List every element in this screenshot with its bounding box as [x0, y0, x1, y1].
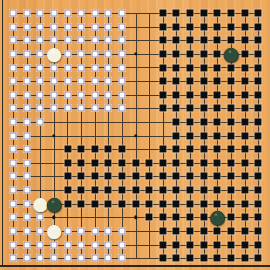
board-point[interactable]	[142, 238, 156, 252]
board-point[interactable]	[251, 47, 265, 61]
board-point[interactable]	[61, 129, 75, 143]
board-point[interactable]	[142, 102, 156, 116]
board-point[interactable]	[251, 142, 265, 156]
board-point[interactable]	[170, 129, 184, 143]
board-point[interactable]	[183, 251, 197, 265]
board-point[interactable]	[47, 156, 61, 170]
board-point[interactable]	[156, 224, 170, 238]
board-point[interactable]	[115, 197, 129, 211]
board-point[interactable]	[183, 115, 197, 129]
board-point[interactable]	[6, 156, 20, 170]
board-point[interactable]	[129, 224, 143, 238]
board-point[interactable]	[238, 170, 252, 184]
board-point[interactable]	[6, 170, 20, 184]
board-point[interactable]	[251, 6, 265, 20]
board-point[interactable]	[142, 251, 156, 265]
board-point[interactable]	[74, 183, 88, 197]
board-point[interactable]	[6, 74, 20, 88]
board-point[interactable]	[61, 183, 75, 197]
board-point[interactable]	[47, 88, 61, 102]
board-point[interactable]	[6, 61, 20, 75]
board-point[interactable]	[156, 129, 170, 143]
board-point[interactable]	[47, 170, 61, 184]
board-point[interactable]	[6, 251, 20, 265]
board-point[interactable]	[224, 211, 238, 225]
board-point[interactable]	[129, 197, 143, 211]
board-point[interactable]	[142, 142, 156, 156]
board-point[interactable]	[251, 251, 265, 265]
board-point[interactable]	[224, 238, 238, 252]
board-point[interactable]	[197, 34, 211, 48]
board-point[interactable]	[224, 20, 238, 34]
board-point[interactable]	[211, 251, 225, 265]
board-point[interactable]	[183, 61, 197, 75]
board-point[interactable]	[88, 6, 102, 20]
board-point[interactable]	[74, 88, 88, 102]
board-point[interactable]	[197, 183, 211, 197]
board-point[interactable]	[211, 74, 225, 88]
board-point[interactable]	[6, 238, 20, 252]
board-point[interactable]	[20, 156, 34, 170]
board-point[interactable]	[197, 115, 211, 129]
board-point[interactable]	[115, 61, 129, 75]
board-point[interactable]	[238, 6, 252, 20]
board-point[interactable]	[20, 20, 34, 34]
board-point[interactable]	[224, 224, 238, 238]
board-point[interactable]	[129, 88, 143, 102]
board-point[interactable]	[47, 6, 61, 20]
board-point[interactable]	[142, 20, 156, 34]
board-point[interactable]	[183, 211, 197, 225]
board-point[interactable]	[156, 20, 170, 34]
board-point[interactable]	[224, 74, 238, 88]
board-point[interactable]	[183, 197, 197, 211]
board-point[interactable]	[156, 102, 170, 116]
board-point[interactable]	[170, 102, 184, 116]
board-point[interactable]	[115, 183, 129, 197]
board-point[interactable]	[61, 238, 75, 252]
board-point[interactable]	[183, 74, 197, 88]
board-point[interactable]	[88, 142, 102, 156]
board-point[interactable]	[34, 156, 48, 170]
board-point[interactable]	[183, 156, 197, 170]
board-point[interactable]	[61, 47, 75, 61]
board-point[interactable]	[47, 74, 61, 88]
board-point[interactable]	[88, 74, 102, 88]
board-point[interactable]	[34, 88, 48, 102]
board-point[interactable]	[197, 47, 211, 61]
board-point[interactable]	[102, 102, 116, 116]
board-point[interactable]	[129, 102, 143, 116]
board-point[interactable]	[238, 34, 252, 48]
board-point[interactable]	[224, 129, 238, 143]
board-point[interactable]	[20, 170, 34, 184]
board-point[interactable]	[74, 115, 88, 129]
board-point[interactable]	[34, 170, 48, 184]
board-point[interactable]	[74, 211, 88, 225]
board-point[interactable]	[251, 129, 265, 143]
board-point[interactable]	[115, 238, 129, 252]
board-point[interactable]	[6, 129, 20, 143]
board-point[interactable]	[6, 142, 20, 156]
board-point[interactable]	[115, 20, 129, 34]
board-point[interactable]: ●	[47, 47, 61, 61]
board-point[interactable]	[170, 170, 184, 184]
board-point[interactable]	[34, 74, 48, 88]
board-point[interactable]	[61, 142, 75, 156]
board-point[interactable]	[6, 102, 20, 116]
board-point[interactable]	[211, 129, 225, 143]
board-point[interactable]	[74, 74, 88, 88]
board-point[interactable]	[88, 224, 102, 238]
board-point[interactable]	[102, 129, 116, 143]
board-point[interactable]	[142, 156, 156, 170]
board-point[interactable]	[197, 238, 211, 252]
board-point[interactable]	[115, 47, 129, 61]
board-point[interactable]	[156, 74, 170, 88]
board-point[interactable]	[197, 88, 211, 102]
board-point[interactable]	[129, 238, 143, 252]
board-point[interactable]	[88, 61, 102, 75]
board-point[interactable]	[74, 142, 88, 156]
board-point[interactable]	[156, 251, 170, 265]
board-point[interactable]	[115, 129, 129, 143]
board-point[interactable]	[170, 74, 184, 88]
board-point[interactable]	[211, 170, 225, 184]
board-point[interactable]	[224, 102, 238, 116]
board-point[interactable]	[74, 197, 88, 211]
board-point[interactable]	[211, 238, 225, 252]
board-point[interactable]	[238, 183, 252, 197]
board-point[interactable]	[156, 34, 170, 48]
board-point[interactable]	[88, 211, 102, 225]
board-point[interactable]	[102, 47, 116, 61]
board-point[interactable]	[61, 61, 75, 75]
board-point[interactable]	[197, 102, 211, 116]
board-point[interactable]	[156, 156, 170, 170]
board-point[interactable]	[88, 129, 102, 143]
board-point[interactable]	[102, 224, 116, 238]
board-point[interactable]	[115, 115, 129, 129]
board-point[interactable]	[102, 61, 116, 75]
board-point[interactable]	[183, 142, 197, 156]
board-point[interactable]	[20, 88, 34, 102]
board-point[interactable]	[238, 156, 252, 170]
board-point[interactable]	[197, 142, 211, 156]
board-point[interactable]	[224, 156, 238, 170]
board-point[interactable]	[170, 251, 184, 265]
board-point[interactable]: ●	[47, 224, 61, 238]
board-point[interactable]	[115, 6, 129, 20]
board-point[interactable]	[170, 156, 184, 170]
board-point[interactable]	[142, 34, 156, 48]
board-point[interactable]	[129, 170, 143, 184]
board-point[interactable]	[211, 183, 225, 197]
board-point[interactable]	[115, 211, 129, 225]
board-point[interactable]	[34, 20, 48, 34]
board-point[interactable]	[20, 61, 34, 75]
board-point[interactable]	[183, 129, 197, 143]
board-point[interactable]	[6, 211, 20, 225]
board-point[interactable]	[61, 170, 75, 184]
board-point[interactable]	[115, 251, 129, 265]
board-point[interactable]	[20, 224, 34, 238]
board-point[interactable]	[183, 238, 197, 252]
board-point[interactable]	[6, 34, 20, 48]
board-point[interactable]	[238, 129, 252, 143]
board-point[interactable]	[251, 74, 265, 88]
board-point[interactable]	[170, 47, 184, 61]
board-point[interactable]	[61, 156, 75, 170]
board-point[interactable]	[224, 183, 238, 197]
board-point[interactable]	[115, 34, 129, 48]
board-point[interactable]	[20, 74, 34, 88]
board-point[interactable]	[20, 129, 34, 143]
board-point[interactable]	[47, 142, 61, 156]
board-point[interactable]	[129, 129, 143, 143]
board-point[interactable]	[102, 156, 116, 170]
board-point[interactable]	[129, 142, 143, 156]
board-point[interactable]	[129, 47, 143, 61]
board-point[interactable]	[74, 47, 88, 61]
board-point[interactable]	[251, 183, 265, 197]
board-point[interactable]	[211, 142, 225, 156]
board-point[interactable]	[156, 170, 170, 184]
board-point[interactable]	[170, 211, 184, 225]
board-point[interactable]	[251, 88, 265, 102]
board-point[interactable]	[156, 47, 170, 61]
board-point[interactable]	[6, 183, 20, 197]
board-point[interactable]	[142, 74, 156, 88]
board-point[interactable]	[170, 238, 184, 252]
board-point[interactable]	[61, 115, 75, 129]
board-point[interactable]	[47, 20, 61, 34]
board-point[interactable]	[74, 170, 88, 184]
board-point[interactable]	[6, 47, 20, 61]
board-point[interactable]	[170, 34, 184, 48]
board-point[interactable]	[34, 6, 48, 20]
board-point[interactable]	[183, 88, 197, 102]
board-point[interactable]	[20, 6, 34, 20]
board-point[interactable]	[47, 102, 61, 116]
board-point[interactable]	[224, 251, 238, 265]
board-point[interactable]	[6, 224, 20, 238]
board-point[interactable]	[183, 170, 197, 184]
board-point[interactable]	[47, 115, 61, 129]
board-point[interactable]	[142, 47, 156, 61]
board-point[interactable]	[74, 129, 88, 143]
board-point[interactable]	[170, 197, 184, 211]
board-point[interactable]	[61, 20, 75, 34]
board-point[interactable]	[115, 74, 129, 88]
board-point[interactable]	[88, 20, 102, 34]
board-point[interactable]	[20, 251, 34, 265]
board-point[interactable]	[183, 102, 197, 116]
board-point[interactable]	[102, 34, 116, 48]
board-point[interactable]	[197, 129, 211, 143]
board-point[interactable]	[142, 6, 156, 20]
board-point[interactable]	[170, 142, 184, 156]
board-point[interactable]	[238, 74, 252, 88]
board-point[interactable]	[224, 142, 238, 156]
board-point[interactable]	[183, 34, 197, 48]
board-point[interactable]	[251, 115, 265, 129]
board-point[interactable]	[74, 6, 88, 20]
board-point[interactable]	[34, 251, 48, 265]
board-point[interactable]	[102, 142, 116, 156]
board-point[interactable]	[197, 61, 211, 75]
board-point[interactable]	[156, 88, 170, 102]
board-point[interactable]	[129, 156, 143, 170]
board-point[interactable]	[183, 224, 197, 238]
board-point[interactable]	[238, 197, 252, 211]
board-point[interactable]	[74, 238, 88, 252]
board-point[interactable]	[102, 115, 116, 129]
board-point[interactable]	[224, 115, 238, 129]
board-point[interactable]	[6, 115, 20, 129]
board-point[interactable]	[251, 224, 265, 238]
board-point[interactable]	[197, 20, 211, 34]
board-point[interactable]	[88, 170, 102, 184]
board-point[interactable]	[170, 88, 184, 102]
board-point[interactable]	[224, 6, 238, 20]
board-point[interactable]	[238, 238, 252, 252]
board-point[interactable]	[6, 197, 20, 211]
board-point[interactable]	[61, 34, 75, 48]
board-point[interactable]	[20, 115, 34, 129]
board-point[interactable]	[20, 238, 34, 252]
board-point[interactable]	[251, 238, 265, 252]
board-point[interactable]	[129, 6, 143, 20]
board-point[interactable]	[170, 115, 184, 129]
board-point[interactable]	[251, 34, 265, 48]
board-point[interactable]	[20, 47, 34, 61]
board-point[interactable]	[102, 170, 116, 184]
board-point[interactable]	[197, 6, 211, 20]
board-point[interactable]	[251, 102, 265, 116]
board-point[interactable]	[211, 156, 225, 170]
board-point[interactable]	[61, 197, 75, 211]
board-point[interactable]	[102, 197, 116, 211]
board-point[interactable]	[238, 142, 252, 156]
board-point[interactable]	[238, 102, 252, 116]
board-point[interactable]	[251, 170, 265, 184]
board-point[interactable]	[88, 251, 102, 265]
board-point[interactable]	[74, 102, 88, 116]
board-point[interactable]	[238, 224, 252, 238]
board-point[interactable]	[211, 102, 225, 116]
board-point[interactable]	[102, 74, 116, 88]
board-point[interactable]	[102, 6, 116, 20]
board-point[interactable]	[211, 88, 225, 102]
board-point[interactable]	[156, 115, 170, 129]
board-point[interactable]	[170, 61, 184, 75]
board-point[interactable]: ●	[224, 47, 238, 61]
board-point[interactable]	[156, 183, 170, 197]
board-point[interactable]	[115, 88, 129, 102]
board-point[interactable]	[211, 115, 225, 129]
board-point[interactable]	[74, 20, 88, 34]
board-point[interactable]	[142, 115, 156, 129]
board-point[interactable]	[211, 6, 225, 20]
board-point[interactable]	[156, 61, 170, 75]
board-point[interactable]	[170, 20, 184, 34]
board-point[interactable]	[129, 61, 143, 75]
board-point[interactable]	[88, 34, 102, 48]
board-point[interactable]	[88, 47, 102, 61]
board-point[interactable]	[142, 211, 156, 225]
board-point[interactable]	[74, 251, 88, 265]
board-point[interactable]	[129, 251, 143, 265]
board-point[interactable]	[88, 102, 102, 116]
board-point[interactable]	[156, 211, 170, 225]
board-point[interactable]	[115, 224, 129, 238]
board-point[interactable]	[142, 224, 156, 238]
board-point[interactable]	[61, 211, 75, 225]
board-point[interactable]	[88, 183, 102, 197]
board-point[interactable]	[47, 251, 61, 265]
board-point[interactable]	[170, 224, 184, 238]
board-point[interactable]	[102, 20, 116, 34]
board-point[interactable]	[238, 251, 252, 265]
board-point[interactable]	[142, 197, 156, 211]
board-point[interactable]	[251, 156, 265, 170]
board-point[interactable]	[20, 102, 34, 116]
board-point[interactable]	[6, 20, 20, 34]
board-point[interactable]	[238, 61, 252, 75]
board-point[interactable]	[74, 224, 88, 238]
board-point[interactable]	[238, 20, 252, 34]
board-point[interactable]	[88, 156, 102, 170]
board-point[interactable]	[61, 224, 75, 238]
board-point[interactable]	[129, 20, 143, 34]
board-point[interactable]	[102, 238, 116, 252]
board-point[interactable]	[129, 34, 143, 48]
board-point[interactable]	[61, 102, 75, 116]
board-point[interactable]	[88, 115, 102, 129]
board-point[interactable]	[251, 211, 265, 225]
board-point[interactable]	[34, 115, 48, 129]
board-point[interactable]	[142, 170, 156, 184]
board-point[interactable]	[142, 129, 156, 143]
board-point[interactable]	[115, 102, 129, 116]
board-point[interactable]	[142, 61, 156, 75]
board-point[interactable]	[88, 238, 102, 252]
board-point[interactable]	[102, 88, 116, 102]
board-point[interactable]	[224, 197, 238, 211]
board-point[interactable]	[61, 251, 75, 265]
board-point[interactable]: ●	[211, 211, 225, 225]
board-point[interactable]	[20, 34, 34, 48]
board-point[interactable]	[197, 156, 211, 170]
board-point[interactable]	[238, 211, 252, 225]
board-point[interactable]	[34, 102, 48, 116]
board-point[interactable]	[170, 6, 184, 20]
board-point[interactable]	[47, 129, 61, 143]
board-point[interactable]	[6, 6, 20, 20]
board-point[interactable]	[170, 183, 184, 197]
board-point[interactable]	[102, 183, 116, 197]
board-point[interactable]	[115, 142, 129, 156]
board-point[interactable]	[61, 6, 75, 20]
board-point[interactable]: ●	[47, 197, 61, 211]
board-point[interactable]	[156, 6, 170, 20]
board-point[interactable]	[224, 170, 238, 184]
board-point[interactable]	[197, 251, 211, 265]
board-point[interactable]	[34, 142, 48, 156]
board-point[interactable]	[238, 47, 252, 61]
board-point[interactable]	[251, 61, 265, 75]
